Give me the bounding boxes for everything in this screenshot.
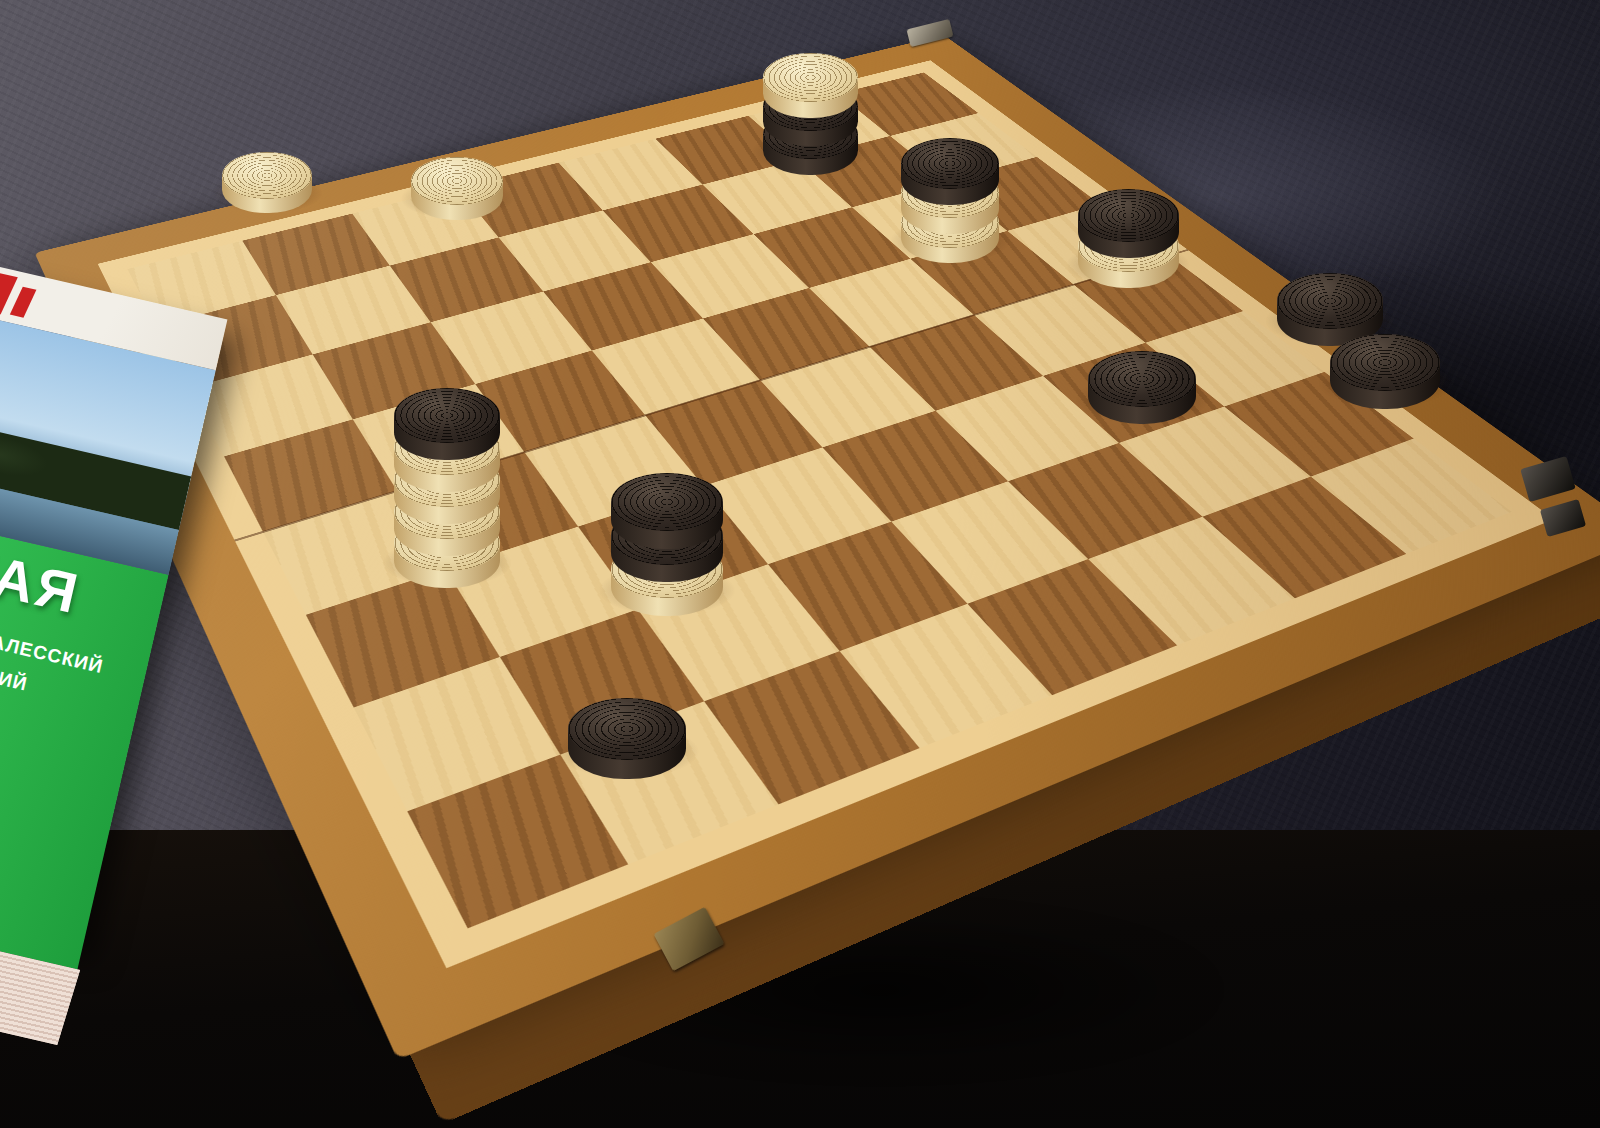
- disc-top-rings: [1078, 189, 1179, 242]
- black-man[interactable]: [1088, 351, 1196, 424]
- stack-white-on-2-black[interactable]: [763, 53, 858, 175]
- black-checker-disc: [611, 473, 723, 549]
- white-checker-disc: [763, 53, 858, 118]
- black-man[interactable]: [568, 698, 686, 778]
- white-man[interactable]: [222, 152, 312, 213]
- disc-top-rings: [1088, 351, 1196, 407]
- disc-top-rings: [394, 388, 500, 443]
- black-checker-disc: [568, 698, 686, 778]
- black-checker-disc: [901, 138, 999, 205]
- stack-2-black-on-white[interactable]: [611, 473, 723, 616]
- stack-black-on-2-white[interactable]: [901, 138, 999, 263]
- disc-top-rings: [411, 157, 503, 205]
- white-man[interactable]: [411, 157, 503, 220]
- white-checker-disc: [411, 157, 503, 220]
- disc-top-rings: [901, 138, 999, 189]
- disc-top-rings: [763, 53, 858, 102]
- disc-top-rings: [1277, 273, 1383, 328]
- black-checker-disc: [1078, 189, 1179, 258]
- stack-black-on-white[interactable]: [1078, 189, 1179, 288]
- black-checker-disc: [394, 388, 500, 460]
- disc-top-rings: [611, 473, 723, 531]
- disc-top-rings: [222, 152, 312, 199]
- pieces-layer: [0, 0, 1600, 1128]
- disc-top-rings: [568, 698, 686, 759]
- disc-top-rings: [1330, 334, 1440, 391]
- black-checker-disc: [1088, 351, 1196, 424]
- black-man[interactable]: [1330, 334, 1440, 409]
- book-red-mark: [10, 287, 37, 318]
- stack-black-on-4-white[interactable]: [394, 388, 500, 587]
- white-checker-disc: [222, 152, 312, 213]
- black-checker-disc: [1330, 334, 1440, 409]
